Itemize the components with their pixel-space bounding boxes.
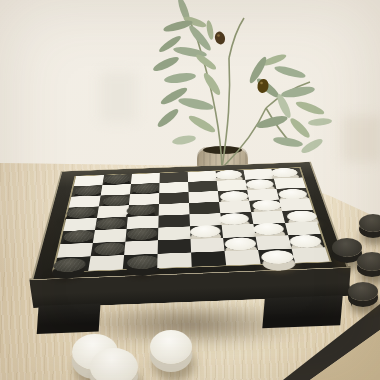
board-square-r8c4[interactable] <box>157 253 191 269</box>
white-checker-r6c7[interactable] <box>252 223 285 236</box>
board-square-r8c5[interactable] <box>191 251 226 266</box>
board-square-r8c6[interactable] <box>225 250 261 265</box>
board-square-r7c4[interactable] <box>158 239 191 254</box>
board-foot-left <box>37 303 101 333</box>
black-checker-r6c3[interactable] <box>126 227 157 240</box>
off-board-black-checker-4[interactable] <box>359 214 380 232</box>
board-square-r7c7[interactable] <box>256 235 292 250</box>
black-checker-r4c1[interactable] <box>65 207 96 219</box>
black-checker-r1c2[interactable] <box>103 174 131 184</box>
board-grid[interactable] <box>54 168 330 272</box>
board-square-r8c2[interactable] <box>88 255 124 271</box>
board-square-r8c8[interactable] <box>292 247 330 262</box>
black-checker-r6c1[interactable] <box>62 230 95 243</box>
white-checker-r8c7[interactable] <box>260 250 295 265</box>
board-square-r7c3[interactable] <box>124 240 158 255</box>
checkers-board-group <box>0 0 380 380</box>
white-checker-r6c5[interactable] <box>190 225 221 238</box>
white-checker-r7c8[interactable] <box>288 235 323 249</box>
board-3d <box>31 162 349 280</box>
white-checker-r7c6[interactable] <box>224 237 257 251</box>
off-board-black-checker-5[interactable] <box>332 238 362 257</box>
board-frame <box>31 162 349 280</box>
off-board-black-checker-6[interactable] <box>357 252 380 271</box>
white-checker-r4c7[interactable] <box>252 199 283 211</box>
white-checker-r1c6[interactable] <box>215 170 243 180</box>
board-square-r7c2[interactable] <box>91 242 126 257</box>
black-checker-r8c1[interactable] <box>52 258 87 273</box>
photo-scene <box>0 0 380 380</box>
board-square-r7c5[interactable] <box>191 238 225 253</box>
black-checker-r4c3[interactable] <box>126 204 155 216</box>
board-square-r7c6[interactable] <box>223 237 258 252</box>
board-square-r7c1[interactable] <box>57 243 93 258</box>
board-square-r8c7[interactable] <box>258 249 295 264</box>
board-square-r8c1[interactable] <box>54 256 91 272</box>
off-board-black-checker-7[interactable] <box>348 282 378 301</box>
board-square-r6c7[interactable] <box>253 223 288 237</box>
black-checker-r8c3[interactable] <box>127 255 160 270</box>
white-checker-r1c8[interactable] <box>270 168 299 178</box>
board-square-r7c8[interactable] <box>288 234 325 249</box>
off-board-white-checker-2[interactable] <box>90 348 138 380</box>
board-square-r8c3[interactable] <box>123 254 158 270</box>
off-board-white-checker-3[interactable] <box>150 330 192 364</box>
black-checker-r7c2[interactable] <box>94 242 127 256</box>
board-foot-right <box>262 295 342 328</box>
